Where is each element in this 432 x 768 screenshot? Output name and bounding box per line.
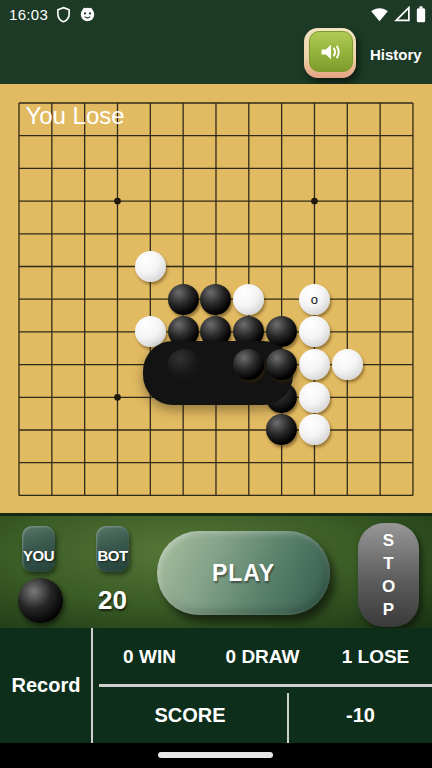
record-draws: 0 DRAW <box>206 646 319 668</box>
stop-letter: P <box>383 601 394 618</box>
stone-black-8-10 <box>266 414 297 445</box>
stop-letter: T <box>383 555 393 572</box>
stone-white-7-6 <box>233 284 264 315</box>
stone-grid: o <box>3 87 430 512</box>
record-wins: 0 WIN <box>93 646 206 668</box>
app-screen: 16:03 <box>0 0 432 768</box>
shield-icon <box>56 6 71 23</box>
history-button[interactable]: History <box>370 46 422 63</box>
stone-black-5-6 <box>168 284 199 315</box>
wifi-icon <box>370 6 389 22</box>
stone-white-9-10 <box>299 414 330 445</box>
stone-black-5-8 <box>168 349 199 380</box>
result-banner-text: You Lose <box>0 84 150 148</box>
score-label: SCORE <box>93 687 287 743</box>
cellular-signal-icon <box>394 6 411 22</box>
play-button[interactable]: PLAY <box>157 531 330 615</box>
stone-white-4-5 <box>135 251 166 282</box>
battery-icon <box>416 6 426 23</box>
stone-white-9-7 <box>299 316 330 347</box>
you-label: YOU <box>23 547 54 564</box>
last-move-marker: o <box>311 293 318 306</box>
cat-face-icon <box>79 6 96 23</box>
stop-letter: O <box>382 578 395 595</box>
speaker-icon <box>319 41 343 63</box>
stone-black-8-8 <box>266 349 297 380</box>
record-title: Record <box>0 628 92 743</box>
sound-toggle-button[interactable] <box>304 28 356 78</box>
navigation-bar <box>0 743 432 768</box>
stone-white-9-6: o <box>299 284 330 315</box>
record-losses: 1 LOSE <box>319 646 432 668</box>
stop-button[interactable]: S T O P <box>358 523 419 627</box>
player-color-stone <box>18 578 63 623</box>
you-button[interactable]: YOU <box>22 526 55 572</box>
sound-button-face <box>309 31 353 72</box>
home-indicator[interactable] <box>158 752 273 758</box>
stone-white-9-8 <box>299 349 330 380</box>
control-panel: YOU BOT 20 PLAY S T O P <box>0 513 432 628</box>
status-bar: 16:03 <box>0 0 432 28</box>
stone-white-10-8 <box>332 349 363 380</box>
clock: 16:03 <box>9 6 48 23</box>
stop-letter: S <box>383 532 394 549</box>
record-section: Record 0 WIN 0 DRAW 1 LOSE SCORE -10 <box>0 628 432 743</box>
bot-label: BOT <box>97 547 127 564</box>
score-value: -10 <box>289 687 432 743</box>
gomoku-board[interactable]: o You Lose <box>0 84 432 513</box>
stone-white-9-9 <box>299 382 330 413</box>
bot-button[interactable]: BOT <box>96 526 129 572</box>
stone-black-6-6 <box>200 284 231 315</box>
bot-count-value: 20 <box>96 585 129 616</box>
